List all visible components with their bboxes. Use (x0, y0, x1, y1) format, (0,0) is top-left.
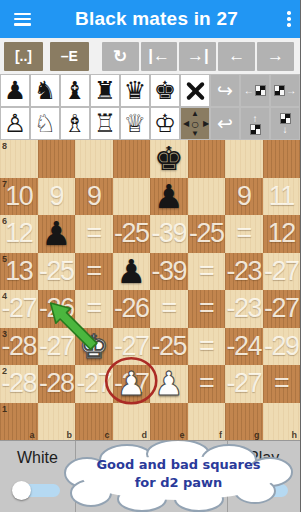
square-f6[interactable]: -25 (188, 215, 226, 253)
square-f1[interactable]: f (188, 403, 226, 441)
file-label-a: a (29, 430, 34, 440)
square-annotation-h2: = (263, 365, 301, 403)
sync-button[interactable]: ↻ (102, 42, 139, 71)
square-e2[interactable]: ♟ (150, 365, 188, 403)
hint-text: Good and bad squares for d2 pawn (57, 456, 300, 492)
square-annotation-f4: = (188, 290, 226, 328)
redo-icon: ↪ (217, 81, 233, 100)
hamburger-menu-icon[interactable] (14, 13, 31, 26)
square-e1[interactable]: e (150, 403, 188, 441)
palette-shift-up[interactable]: ↑ (240, 107, 270, 140)
square-annotation-f2: = (188, 365, 226, 403)
square-h4[interactable]: -27 (263, 290, 301, 328)
palette-redo[interactable]: ↪ (210, 74, 240, 107)
palette-shift-right[interactable]: → (270, 74, 300, 107)
shift-up-icon: ↑ (250, 113, 261, 135)
square-annotation-d6: -25 (113, 215, 151, 253)
hint-line-2: for d2 pawn (57, 474, 300, 492)
square-d8[interactable] (113, 140, 151, 178)
hint-line-1: Good and bad squares (57, 456, 300, 474)
black-knight-icon: ♞ (34, 78, 56, 103)
square-h2[interactable]: = (263, 365, 301, 403)
piece-c3: ♚ (75, 328, 113, 366)
delete-x-icon (185, 80, 206, 101)
square-a2[interactable]: 2-28 (0, 365, 38, 403)
square-c2[interactable]: -27 (75, 365, 113, 403)
chess-app: Black mates in 27 [..]–E↻|←→|←→ ♟♞♝♜♛♚↪←… (0, 0, 300, 512)
palette-move-pad[interactable]: ▲▼◀▶○ (180, 107, 210, 140)
piece-palette: ♟♞♝♜♛♚↪←→♙♘♗♖♕♔▲▼◀▶○↩↑↓ (0, 74, 300, 140)
square-g3[interactable]: -24 (225, 328, 263, 366)
square-annotation-a6: 12 (0, 215, 38, 253)
black-queen-icon: ♛ (124, 78, 146, 103)
piece-b6: ♟ (38, 215, 76, 253)
file-label-g: g (254, 430, 260, 440)
square-c1[interactable]: c (75, 403, 113, 441)
piece-e8: ♚ (150, 140, 188, 178)
file-label-e: e (179, 430, 184, 440)
square-a4[interactable]: 4-27 (0, 290, 38, 328)
square-annotation-a2: -28 (0, 365, 38, 403)
square-annotation-e4: = (150, 290, 188, 328)
palette-black-pawn[interactable]: ♟ (0, 74, 30, 107)
hint-bubble: Good and bad squares for d2 pawn (57, 441, 300, 512)
square-a7[interactable]: 710 (0, 178, 38, 216)
toolbar: [..]–E↻|←→|←→ (0, 38, 300, 74)
palette-white-pawn[interactable]: ♙ (0, 107, 30, 140)
page-title: Black mates in 27 (31, 8, 282, 30)
square-annotation-b3: -27 (38, 328, 76, 366)
square-e6[interactable]: -39 (150, 215, 188, 253)
square-g2[interactable]: -27 (225, 365, 263, 403)
white-rook-icon: ♖ (94, 111, 116, 136)
square-b5[interactable]: -25 (38, 253, 76, 291)
square-annotation-e6: -39 (150, 215, 188, 253)
file-label-b: b (67, 430, 73, 440)
square-c6[interactable]: = (75, 215, 113, 253)
square-annotation-b7: 9 (38, 178, 76, 216)
square-a1[interactable]: 1a (0, 403, 38, 441)
square-a3[interactable]: 3-28 (0, 328, 38, 366)
engine-button[interactable]: –E (50, 42, 89, 71)
square-b8[interactable] (38, 140, 76, 178)
piece-d5: ♟ (113, 253, 151, 291)
square-annotation-a3: -28 (0, 328, 38, 366)
rank-label-8: 8 (2, 141, 7, 151)
square-e3[interactable]: -25 (150, 328, 188, 366)
palette-shift-down[interactable]: ↓ (270, 107, 300, 140)
square-annotation-c7: 9 (75, 178, 113, 216)
square-d4[interactable]: -26 (113, 290, 151, 328)
square-d6[interactable]: -25 (113, 215, 151, 253)
square-annotation-b2: -28 (38, 365, 76, 403)
white-king-icon: ♔ (154, 111, 176, 136)
square-annotation-f3: = (188, 328, 226, 366)
square-annotation-e5: -39 (150, 253, 188, 291)
square-f3[interactable]: = (188, 328, 226, 366)
palette-white-king[interactable]: ♔ (150, 107, 180, 140)
app-bar: Black mates in 27 (0, 0, 300, 38)
square-annotation-h5: -27 (263, 253, 301, 291)
palette-undo[interactable]: ↩ (210, 107, 240, 140)
square-annotation-c5: = (75, 253, 113, 291)
back-button[interactable]: ← (218, 42, 255, 71)
white-switch[interactable] (12, 481, 60, 500)
overflow-menu-icon[interactable] (282, 11, 296, 27)
square-g1[interactable]: g (225, 403, 263, 441)
square-e7[interactable]: ♟ (150, 178, 188, 216)
palette-white-knight[interactable]: ♘ (30, 107, 60, 140)
white-bishop-icon: ♗ (64, 111, 86, 136)
go-end-button[interactable]: →| (179, 42, 216, 71)
square-h5[interactable]: -27 (263, 253, 301, 291)
palette-black-king[interactable]: ♚ (150, 74, 180, 107)
square-a6[interactable]: 612 (0, 215, 38, 253)
square-b2[interactable]: -28 (38, 365, 76, 403)
square-annotation-h3: -29 (263, 328, 301, 366)
file-label-d: d (142, 430, 148, 440)
square-annotation-d4: -26 (113, 290, 151, 328)
palette-white-bishop[interactable]: ♗ (60, 107, 90, 140)
square-annotation-e3: -25 (150, 328, 188, 366)
variation-list-button[interactable]: [..] (4, 42, 43, 71)
square-annotation-c6: = (75, 215, 113, 253)
square-annotation-g2: -27 (225, 365, 263, 403)
square-b4[interactable]: -26 (38, 290, 76, 328)
square-f8[interactable] (188, 140, 226, 178)
palette-white-queen[interactable]: ♕ (120, 107, 150, 140)
square-g8[interactable] (225, 140, 263, 178)
square-d2[interactable]: -27♟ (113, 365, 151, 403)
square-c8[interactable] (75, 140, 113, 178)
piece-d2: ♟ (113, 365, 151, 403)
square-d1[interactable]: d (113, 403, 151, 441)
square-b1[interactable]: b (38, 403, 76, 441)
square-annotation-d3: -27 (113, 328, 151, 366)
palette-delete-piece[interactable] (180, 74, 210, 107)
black-rook-icon: ♜ (94, 78, 116, 103)
palette-black-queen[interactable]: ♛ (120, 74, 150, 107)
file-label-c: c (104, 430, 109, 440)
square-g7[interactable]: 9 (225, 178, 263, 216)
white-queen-icon: ♕ (124, 111, 146, 136)
move-pad-icon: ▲▼◀▶○ (181, 108, 209, 139)
square-b3[interactable]: -27 (38, 328, 76, 366)
square-h6[interactable]: 12 (263, 215, 301, 253)
square-annotation-h7: 11 (263, 178, 301, 216)
forward-button[interactable]: → (257, 42, 294, 71)
undo-icon: ↩ (217, 114, 233, 133)
square-c7[interactable]: 9 (75, 178, 113, 216)
square-e8[interactable]: ♚ (150, 140, 188, 178)
square-h8[interactable] (263, 140, 301, 178)
square-annotation-a4: -27 (0, 290, 38, 328)
square-annotation-g6: = (225, 215, 263, 253)
white-knight-icon: ♘ (34, 111, 56, 136)
black-bishop-icon: ♝ (64, 78, 86, 103)
file-label-h: h (292, 430, 298, 440)
square-annotation-f6: -25 (188, 215, 226, 253)
square-b6[interactable]: ♟ (38, 215, 76, 253)
square-h3[interactable]: -29 (263, 328, 301, 366)
square-annotation-a5: 13 (0, 253, 38, 291)
square-annotation-b4: -26 (38, 290, 76, 328)
palette-white-rook[interactable]: ♖ (90, 107, 120, 140)
chess-board: 8♚71099♟911612♟=-25-39-25=12513-25=♟-39=… (0, 140, 300, 440)
square-c4[interactable]: = (75, 290, 113, 328)
square-annotation-c2: -27 (75, 365, 113, 403)
square-e4[interactable]: = (150, 290, 188, 328)
square-e5[interactable]: -39 (150, 253, 188, 291)
square-d5[interactable]: ♟ (113, 253, 151, 291)
square-b7[interactable]: 9 (38, 178, 76, 216)
square-f2[interactable]: = (188, 365, 226, 403)
black-king-icon: ♚ (154, 78, 176, 103)
square-d3[interactable]: -27 (113, 328, 151, 366)
square-c3[interactable]: ♚ (75, 328, 113, 366)
square-f7[interactable] (188, 178, 226, 216)
palette-black-knight[interactable]: ♞ (30, 74, 60, 107)
square-a5[interactable]: 513 (0, 253, 38, 291)
square-f5[interactable]: = (188, 253, 226, 291)
square-f4[interactable]: = (188, 290, 226, 328)
white-switch-thumb (12, 481, 31, 500)
rank-label-1: 1 (2, 404, 7, 414)
square-d7[interactable] (113, 178, 151, 216)
square-a8[interactable]: 8 (0, 140, 38, 178)
shift-right-icon: → (274, 85, 297, 96)
square-annotation-g7: 9 (225, 178, 263, 216)
square-annotation-g4: -23 (225, 290, 263, 328)
palette-shift-left[interactable]: ← (240, 74, 270, 107)
file-label-f: f (219, 430, 222, 440)
black-pawn-icon: ♟ (4, 78, 26, 103)
square-g6[interactable]: = (225, 215, 263, 253)
square-annotation-c4: = (75, 290, 113, 328)
go-start-button[interactable]: |← (141, 42, 178, 71)
square-annotation-g3: -24 (225, 328, 263, 366)
square-h1[interactable]: h (263, 403, 301, 441)
square-annotation-b5: -25 (38, 253, 76, 291)
palette-black-rook[interactable]: ♜ (90, 74, 120, 107)
shift-left-icon: ← (244, 85, 267, 96)
piece-e2: ♟ (150, 365, 188, 403)
square-annotation-h4: -27 (263, 290, 301, 328)
square-c5[interactable]: = (75, 253, 113, 291)
square-h7[interactable]: 11 (263, 178, 301, 216)
square-annotation-f5: = (188, 253, 226, 291)
white-pawn-icon: ♙ (4, 111, 26, 136)
square-g5[interactable]: -23 (225, 253, 263, 291)
palette-black-bishop[interactable]: ♝ (60, 74, 90, 107)
piece-e7: ♟ (150, 178, 188, 216)
shift-down-icon: ↓ (280, 113, 291, 135)
square-annotation-a7: 10 (0, 178, 38, 216)
square-g4[interactable]: -23 (225, 290, 263, 328)
square-annotation-h6: 12 (263, 215, 301, 253)
square-annotation-g5: -23 (225, 253, 263, 291)
